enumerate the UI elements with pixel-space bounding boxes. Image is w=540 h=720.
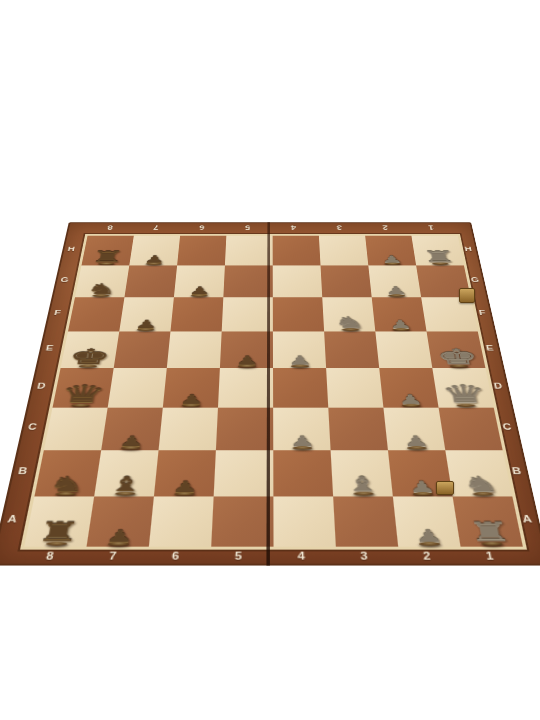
piece-white-pawn-b2[interactable]: ♟ <box>407 480 436 494</box>
square-d6[interactable]: ♟ <box>163 368 220 407</box>
file-label-right-H: H <box>464 245 473 252</box>
piece-white-pawn-h2[interactable]: ♟ <box>380 255 403 264</box>
piece-white-knight-f3[interactable]: ♞ <box>333 315 366 329</box>
brass-clasp-bottom-icon <box>436 481 454 495</box>
square-e5[interactable]: ♟ <box>220 331 273 368</box>
square-f2[interactable]: ♟ <box>372 297 427 331</box>
brass-clasp-right-icon <box>459 288 475 303</box>
square-d7[interactable] <box>108 368 167 407</box>
square-a3[interactable] <box>333 496 398 546</box>
file-label-left-H: H <box>67 245 76 252</box>
square-f4[interactable] <box>273 297 324 331</box>
piece-black-bishop-b7[interactable]: ♝ <box>107 476 144 494</box>
file-label-right-F: F <box>478 308 487 316</box>
square-h3[interactable] <box>319 236 368 266</box>
square-d5[interactable] <box>218 368 273 407</box>
piece-black-pawn-a7[interactable]: ♟ <box>104 528 134 543</box>
square-c7[interactable]: ♟ <box>101 408 163 451</box>
piece-black-pawn-d6[interactable]: ♟ <box>178 393 204 405</box>
piece-white-rook-a1[interactable]: ♜ <box>465 520 513 543</box>
piece-black-knight-g8[interactable]: ♞ <box>85 282 118 295</box>
rank-label-top-3: 3 <box>336 224 342 230</box>
square-c6[interactable] <box>159 408 218 451</box>
square-g5[interactable] <box>223 265 272 297</box>
piece-black-pawn-g6[interactable]: ♟ <box>187 286 210 296</box>
piece-white-rook-h1[interactable]: ♜ <box>420 250 456 264</box>
file-label-right-E: E <box>485 343 495 351</box>
square-a4[interactable] <box>273 496 335 546</box>
square-h8[interactable]: ♜ <box>81 236 133 266</box>
rank-label-top-5: 5 <box>244 224 250 230</box>
piece-white-pawn-a2[interactable]: ♟ <box>413 528 443 543</box>
piece-white-knight-b1[interactable]: ♞ <box>460 475 500 494</box>
square-b8[interactable]: ♞ <box>34 450 101 496</box>
square-e6[interactable] <box>167 331 222 368</box>
square-d8[interactable]: ♛ <box>53 368 114 407</box>
rank-label-top-4: 4 <box>290 224 296 230</box>
square-c3[interactable] <box>328 408 388 451</box>
rank-label-top-1: 1 <box>427 224 434 230</box>
square-b4[interactable] <box>273 450 333 496</box>
rank-label-top-2: 2 <box>381 224 388 230</box>
piece-white-pawn-c4[interactable]: ♟ <box>289 435 315 448</box>
piece-white-pawn-f2[interactable]: ♟ <box>388 319 413 329</box>
piece-black-pawn-h7[interactable]: ♟ <box>143 255 166 264</box>
square-g2[interactable]: ♟ <box>368 265 421 297</box>
square-c2[interactable]: ♟ <box>383 408 445 451</box>
square-b7[interactable]: ♝ <box>94 450 158 496</box>
piece-black-pawn-c7[interactable]: ♟ <box>117 435 145 448</box>
file-label-left-G: G <box>60 276 70 283</box>
square-e1[interactable]: ♚ <box>427 331 486 368</box>
piece-black-rook-a8[interactable]: ♜ <box>34 520 82 543</box>
rank-label-top-8: 8 <box>106 224 113 230</box>
square-b1[interactable]: ♞ <box>445 450 512 496</box>
square-f6[interactable] <box>170 297 223 331</box>
square-h7[interactable]: ♟ <box>129 236 180 266</box>
square-e7[interactable] <box>114 331 171 368</box>
square-e2[interactable] <box>375 331 432 368</box>
file-label-right-G: G <box>470 276 480 283</box>
square-f8[interactable] <box>68 297 124 331</box>
piece-black-king-e8[interactable]: ♚ <box>66 347 111 366</box>
piece-black-rook-h8[interactable]: ♜ <box>89 250 125 264</box>
square-a7[interactable]: ♟ <box>87 496 154 546</box>
square-e4[interactable]: ♟ <box>273 331 326 368</box>
rank-label-top-7: 7 <box>152 224 159 230</box>
square-a2[interactable]: ♟ <box>393 496 461 546</box>
square-f3[interactable]: ♞ <box>322 297 375 331</box>
piece-white-pawn-d2[interactable]: ♟ <box>397 393 424 405</box>
piece-white-queen-d1[interactable]: ♛ <box>439 383 489 405</box>
square-c1[interactable] <box>439 408 503 451</box>
square-h5[interactable] <box>225 236 273 266</box>
square-e3[interactable] <box>324 331 379 368</box>
square-d3[interactable] <box>326 368 383 407</box>
square-d2[interactable]: ♟ <box>379 368 438 407</box>
square-c4[interactable]: ♟ <box>273 408 330 451</box>
square-h4[interactable] <box>273 236 321 266</box>
square-e8[interactable]: ♚ <box>61 331 120 368</box>
chessboard-3d-plane: ♜♟♟♜♞♟♟♟♞♟♚♟♟♚♛♟♟♛♟♟♟♞♝♟♝♟♞♜♟♟♜ HGFEDCBA… <box>0 222 540 566</box>
file-label-left-E: E <box>45 343 55 351</box>
square-c8[interactable] <box>44 408 108 451</box>
square-c5[interactable] <box>216 408 273 451</box>
square-h1[interactable]: ♜ <box>411 236 464 266</box>
square-h2[interactable]: ♟ <box>365 236 416 266</box>
playfield-grid: ♜♟♟♜♞♟♟♟♞♟♚♟♟♚♛♟♟♛♟♟♟♞♝♟♝♟♞♜♟♟♜ <box>20 234 527 550</box>
square-g3[interactable] <box>321 265 372 297</box>
piece-white-pawn-e4[interactable]: ♟ <box>287 355 311 366</box>
piece-black-pawn-e5[interactable]: ♟ <box>234 355 258 366</box>
square-a8[interactable]: ♜ <box>24 496 94 546</box>
square-a1[interactable]: ♜ <box>453 496 523 546</box>
square-f7[interactable]: ♟ <box>119 297 174 331</box>
square-a6[interactable] <box>149 496 214 546</box>
piece-white-king-e1[interactable]: ♚ <box>434 347 479 366</box>
square-b5[interactable] <box>214 450 274 496</box>
chessboard-scene: ♜♟♟♜♞♟♟♟♞♟♚♟♟♚♛♟♟♛♟♟♟♞♝♟♝♟♞♜♟♟♜ HGFEDCBA… <box>36 132 504 600</box>
square-g7[interactable] <box>124 265 177 297</box>
square-d1[interactable]: ♛ <box>432 368 493 407</box>
piece-black-pawn-f7[interactable]: ♟ <box>133 319 158 329</box>
square-a5[interactable] <box>211 496 273 546</box>
square-g6[interactable]: ♟ <box>174 265 225 297</box>
piece-black-pawn-b6[interactable]: ♟ <box>170 480 198 494</box>
rank-label-top-6: 6 <box>198 224 204 230</box>
square-f5[interactable] <box>222 297 273 331</box>
piece-black-knight-b8[interactable]: ♞ <box>46 475 86 494</box>
square-d4[interactable] <box>273 368 328 407</box>
piece-white-bishop-b3[interactable]: ♝ <box>344 476 380 494</box>
piece-white-pawn-g2[interactable]: ♟ <box>384 286 408 296</box>
square-h6[interactable] <box>177 236 226 266</box>
square-g4[interactable] <box>273 265 323 297</box>
square-b6[interactable]: ♟ <box>154 450 216 496</box>
square-g8[interactable]: ♞ <box>75 265 129 297</box>
piece-white-pawn-c2[interactable]: ♟ <box>402 435 430 448</box>
square-b3[interactable]: ♝ <box>331 450 393 496</box>
